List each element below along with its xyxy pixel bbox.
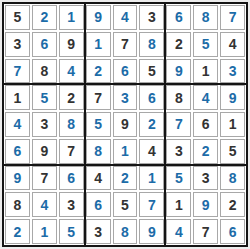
cell-r3c3[interactable]: 4 (59, 59, 84, 84)
cell-r9c3[interactable]: 5 (59, 219, 84, 244)
cell-r3c9[interactable]: 3 (220, 59, 245, 84)
cell-r4c7[interactable]: 8 (166, 85, 191, 110)
block-separator-vertical-1 (84, 4, 86, 245)
cell-r1c2[interactable]: 2 (32, 5, 57, 30)
cell-r9c7[interactable]: 4 (166, 219, 191, 244)
cell-r8c9[interactable]: 2 (220, 192, 245, 217)
cell-r4c4[interactable]: 7 (86, 85, 111, 110)
cell-r5c8[interactable]: 6 (193, 112, 218, 137)
cell-r6c7[interactable]: 3 (166, 139, 191, 164)
cell-r5c6[interactable]: 2 (139, 112, 164, 137)
cell-r3c2[interactable]: 8 (32, 59, 57, 84)
cell-r2c6[interactable]: 8 (139, 32, 164, 57)
cell-r8c2[interactable]: 4 (32, 192, 57, 217)
cell-r4c9[interactable]: 9 (220, 85, 245, 110)
cell-r5c3[interactable]: 8 (59, 112, 84, 137)
cell-r7c8[interactable]: 3 (193, 166, 218, 191)
cell-r5c7[interactable]: 7 (166, 112, 191, 137)
cell-r3c1[interactable]: 7 (5, 59, 30, 84)
cell-r7c1[interactable]: 9 (5, 166, 30, 191)
cell-r7c5[interactable]: 2 (113, 166, 138, 191)
cell-r2c9[interactable]: 4 (220, 32, 245, 57)
cell-r7c7[interactable]: 5 (166, 166, 191, 191)
cell-r6c5[interactable]: 1 (113, 139, 138, 164)
cell-r8c7[interactable]: 1 (166, 192, 191, 217)
cell-r4c1[interactable]: 1 (5, 85, 30, 110)
cell-r2c1[interactable]: 3 (5, 32, 30, 57)
cell-r6c6[interactable]: 4 (139, 139, 164, 164)
cell-r6c3[interactable]: 7 (59, 139, 84, 164)
cell-r9c4[interactable]: 3 (86, 219, 111, 244)
cell-r5c5[interactable]: 9 (113, 112, 138, 137)
cell-r9c5[interactable]: 8 (113, 219, 138, 244)
cell-r5c2[interactable]: 3 (32, 112, 57, 137)
cell-r1c9[interactable]: 7 (220, 5, 245, 30)
cell-r7c9[interactable]: 8 (220, 166, 245, 191)
cell-r8c8[interactable]: 9 (193, 192, 218, 217)
cell-r4c2[interactable]: 5 (32, 85, 57, 110)
cell-r7c4[interactable]: 4 (86, 166, 111, 191)
cell-r1c8[interactable]: 8 (193, 5, 218, 30)
cell-r1c6[interactable]: 3 (139, 5, 164, 30)
cell-r1c3[interactable]: 1 (59, 5, 84, 30)
cell-r8c3[interactable]: 3 (59, 192, 84, 217)
cell-r9c6[interactable]: 9 (139, 219, 164, 244)
cell-r5c1[interactable]: 4 (5, 112, 30, 137)
cell-r6c9[interactable]: 5 (220, 139, 245, 164)
cell-r1c5[interactable]: 4 (113, 5, 138, 30)
block-separator-horizontal-1 (4, 83, 246, 85)
cell-r3c7[interactable]: 9 (166, 59, 191, 84)
cell-r8c4[interactable]: 6 (86, 192, 111, 217)
cell-r2c8[interactable]: 5 (193, 32, 218, 57)
cell-r9c9[interactable]: 6 (220, 219, 245, 244)
cell-r7c6[interactable]: 1 (139, 166, 164, 191)
block-separator-horizontal-2 (4, 164, 246, 166)
cell-r5c9[interactable]: 1 (220, 112, 245, 137)
cell-r1c7[interactable]: 6 (166, 5, 191, 30)
cell-r9c2[interactable]: 1 (32, 219, 57, 244)
page-background: 5219436873691782547842659131527368494385… (0, 0, 250, 249)
cell-r2c5[interactable]: 7 (113, 32, 138, 57)
cell-r5c4[interactable]: 5 (86, 112, 111, 137)
cell-r9c8[interactable]: 7 (193, 219, 218, 244)
cell-r3c8[interactable]: 1 (193, 59, 218, 84)
cell-r2c3[interactable]: 9 (59, 32, 84, 57)
cell-r7c3[interactable]: 6 (59, 166, 84, 191)
cell-r8c1[interactable]: 8 (5, 192, 30, 217)
block-separator-vertical-2 (164, 4, 166, 245)
cell-r2c7[interactable]: 2 (166, 32, 191, 57)
cell-r1c1[interactable]: 5 (5, 5, 30, 30)
cell-r4c6[interactable]: 6 (139, 85, 164, 110)
cell-r3c6[interactable]: 5 (139, 59, 164, 84)
cell-r6c1[interactable]: 6 (5, 139, 30, 164)
cell-r4c8[interactable]: 4 (193, 85, 218, 110)
cell-r6c2[interactable]: 9 (32, 139, 57, 164)
cell-r3c4[interactable]: 2 (86, 59, 111, 84)
cell-r1c4[interactable]: 9 (86, 5, 111, 30)
cell-r2c2[interactable]: 6 (32, 32, 57, 57)
cell-r3c5[interactable]: 6 (113, 59, 138, 84)
cell-r4c3[interactable]: 2 (59, 85, 84, 110)
cell-r8c5[interactable]: 5 (113, 192, 138, 217)
cell-r9c1[interactable]: 2 (5, 219, 30, 244)
sudoku-board: 5219436873691782547842659131527368494385… (2, 2, 248, 247)
cell-r8c6[interactable]: 7 (139, 192, 164, 217)
cell-r7c2[interactable]: 7 (32, 166, 57, 191)
cell-r2c4[interactable]: 1 (86, 32, 111, 57)
cell-r6c4[interactable]: 8 (86, 139, 111, 164)
cell-r6c8[interactable]: 2 (193, 139, 218, 164)
cell-r4c5[interactable]: 3 (113, 85, 138, 110)
